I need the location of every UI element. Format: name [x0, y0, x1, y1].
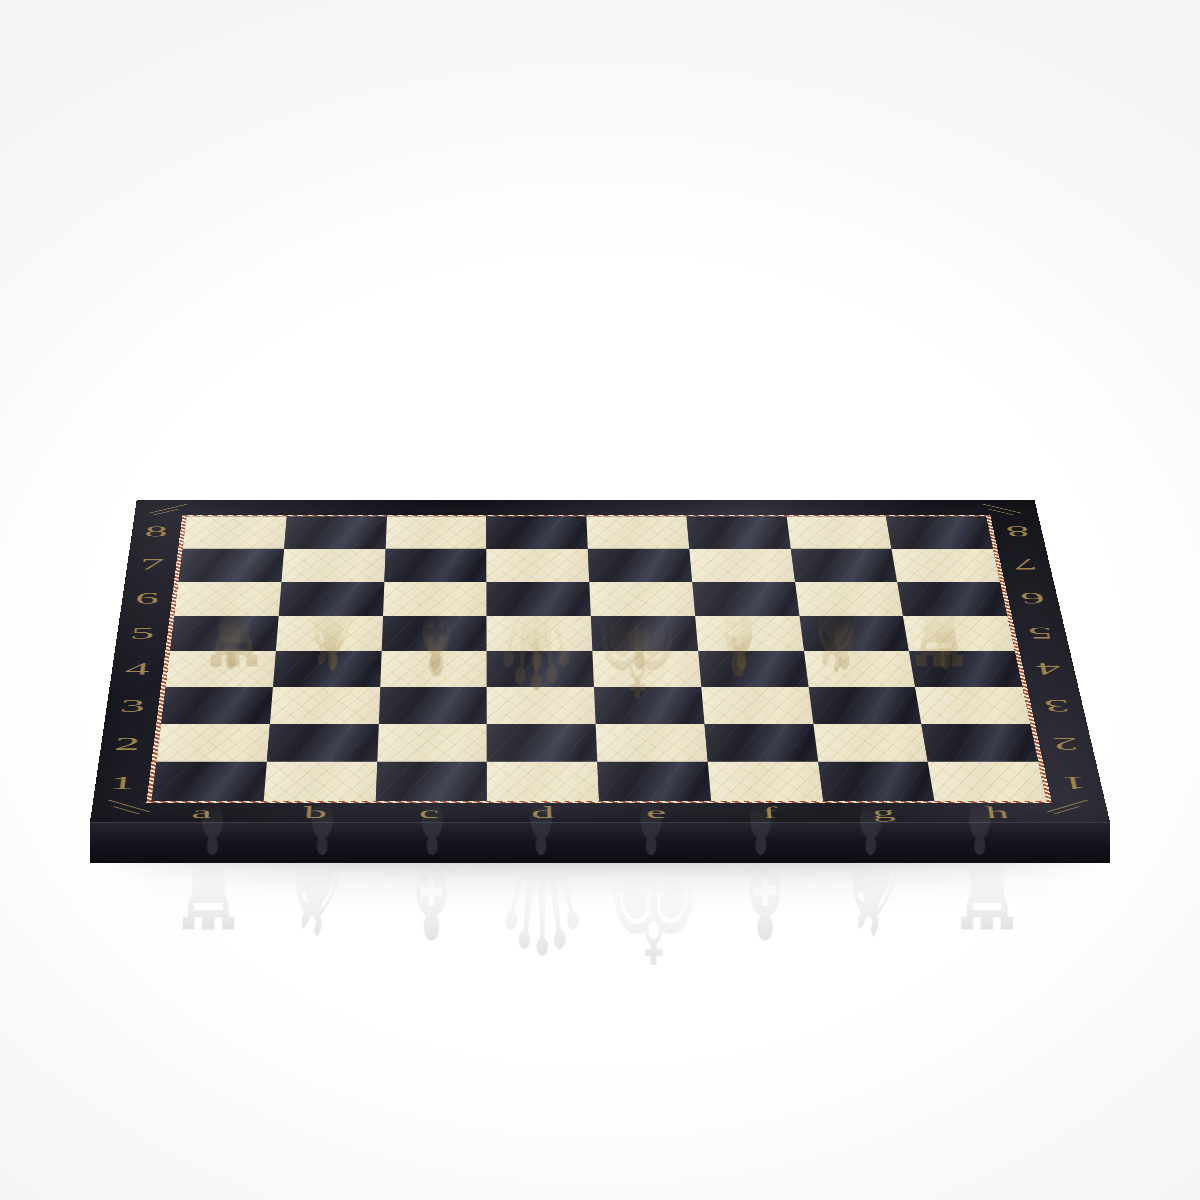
pawn-glyph: ♟: [713, 456, 770, 570]
square-c1: ♝♝: [375, 762, 487, 801]
square-g7: ♟♟: [790, 549, 897, 582]
rank-label-left-8: 8: [130, 515, 183, 548]
rank-label-right-3: 3: [1027, 687, 1087, 724]
bishop-glyph: ♝: [721, 611, 809, 787]
file-label-a: a: [144, 803, 260, 822]
file-label-b: b: [258, 803, 373, 822]
file-label-h: h: [939, 803, 1056, 822]
square-a7: ♟♟: [179, 549, 284, 582]
rank-label-left-6: 6: [120, 581, 174, 615]
photo-scene: 87654321 87654321 abcdefgh ♜♜♞♞♝♝♛♛♚♚♝♝♞…: [0, 0, 1200, 1200]
rank-label-left-7: 7: [125, 548, 178, 581]
rank-label-right-8: 8: [990, 515, 1045, 548]
queen-glyph: ♛: [494, 593, 591, 786]
king-glyph: ♚: [603, 583, 705, 786]
square-a1: ♜♜: [152, 762, 267, 801]
board-front-edge: [90, 822, 1110, 863]
rook-glyph: ♜: [168, 623, 250, 787]
square-f1: ♝♝: [708, 762, 823, 801]
rank-label-right-5: 5: [1012, 615, 1070, 650]
rank-label-right-6: 6: [1004, 581, 1061, 615]
file-label-c: c: [372, 803, 486, 822]
file-labels-bottom: abcdefgh: [144, 803, 1056, 822]
file-label-d: d: [486, 803, 600, 822]
rank-label-left-5: 5: [115, 615, 170, 650]
rank-label-left-1: 1: [93, 763, 152, 803]
square-h7: ♟♟: [892, 549, 1000, 582]
photo-stage: 87654321 87654321 abcdefgh ♜♜♞♞♝♝♛♛♚♚♝♝♞…: [0, 0, 1200, 1200]
square-f7: ♟♟: [689, 549, 795, 582]
pawn-glyph: ♟: [202, 456, 259, 570]
square-b1: ♞♞: [263, 762, 376, 801]
rank-label-left-4: 4: [110, 651, 166, 687]
rank-label-left-2: 2: [99, 725, 157, 764]
knight-glyph: ♞: [834, 615, 920, 787]
playing-squares: ♜♜♞♞♝♝♛♛♚♚♝♝♞♞♜♜♟♟♟♟♟♟♟♟♟♟♟♟♟♟♟♟♟♟♟♟♟♟♟♟…: [146, 515, 1051, 803]
file-label-e: e: [599, 803, 714, 822]
square-e1: ♚♚: [597, 762, 711, 801]
rank-label-left-3: 3: [104, 687, 161, 724]
bishop-glyph: ♝: [387, 611, 475, 787]
square-g1: ♞♞: [818, 762, 935, 801]
square-d1: ♛♛: [487, 762, 599, 801]
file-label-g: g: [826, 803, 942, 822]
pawn-glyph: ♟: [305, 456, 362, 570]
rank-label-right-1: 1: [1043, 763, 1105, 803]
pawn-glyph: ♟: [816, 456, 873, 570]
pawn-glyph: ♟: [611, 456, 668, 570]
rank-label-right-7: 7: [997, 548, 1053, 581]
pawn-glyph: ♟: [407, 456, 464, 570]
chess-board: 87654321 87654321 abcdefgh ♜♜♞♞♝♝♛♛♚♚♝♝♞…: [90, 500, 1110, 822]
rank-label-right-4: 4: [1019, 651, 1078, 687]
square-c7: ♟♟: [384, 549, 487, 582]
rook-glyph: ♜: [947, 623, 1029, 787]
pawn-glyph: ♟: [918, 456, 975, 570]
knight-glyph: ♞: [277, 615, 363, 787]
square-h1: ♜♜: [928, 762, 1047, 801]
pawn-glyph: ♟: [509, 456, 566, 570]
square-b7: ♟♟: [281, 549, 385, 582]
file-label-f: f: [712, 803, 828, 822]
rank-label-right-2: 2: [1035, 725, 1096, 764]
